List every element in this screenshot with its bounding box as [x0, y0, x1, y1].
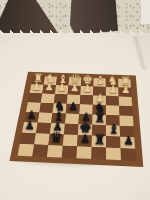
square-r6c8 — [120, 126, 135, 137]
square-r4c4: ♟ — [66, 104, 80, 114]
square-r8c4 — [62, 146, 78, 159]
square-r5c8 — [119, 116, 133, 127]
board-frame: ♜♞♝♛♚♝♞♜♟♟♟♟♟♟♟♟♞♟♞♟♝♟♜♟♟♚♝♛♟♜♟ — [10, 72, 144, 167]
square-r5c7 — [106, 115, 120, 126]
white-rook: ♜ — [32, 72, 43, 85]
white-bishop: ♝ — [57, 73, 68, 86]
square-r7c6: ♜ — [92, 136, 106, 148]
square-r4c3: ♞ — [52, 103, 66, 113]
square-r3c2 — [41, 93, 55, 103]
square-r5c6: ♜ — [92, 114, 106, 125]
square-r3c4 — [67, 94, 81, 104]
square-r2c5: ♟ — [80, 86, 93, 95]
square-r5c3: ♝ — [51, 113, 66, 124]
square-r4c8 — [119, 106, 133, 116]
square-r2c4: ♟ — [68, 86, 81, 95]
square-r4c6: ♞ — [93, 105, 106, 115]
square-r7c3: ♛ — [48, 134, 63, 146]
square-r7c2 — [34, 133, 50, 145]
square-r3c3 — [54, 94, 68, 104]
square-r8c6 — [91, 147, 106, 160]
square-r8c3 — [47, 145, 63, 158]
square-r5c4 — [65, 113, 79, 124]
square-r4c2 — [39, 103, 54, 113]
black-rook: ♜ — [93, 133, 106, 148]
square-r6c3: ♟ — [50, 123, 65, 134]
square-r8c7 — [106, 148, 121, 161]
square-r7c4 — [63, 134, 78, 146]
square-r3c7 — [106, 96, 119, 106]
square-r6c7: ♝ — [106, 125, 120, 136]
white-rook: ♜ — [119, 75, 130, 88]
white-knight: ♞ — [107, 74, 118, 87]
square-r2c2: ♟ — [42, 85, 56, 94]
square-r8c5 — [76, 146, 91, 159]
square-r3c6: ♟ — [93, 95, 106, 105]
square-r8c8 — [121, 148, 136, 161]
chessboard: ♜♞♝♛♚♝♞♜♟♟♟♟♟♟♟♟♞♟♞♟♝♟♜♟♟♚♝♛♟♜♟ — [10, 72, 144, 167]
square-r4c7 — [106, 105, 119, 115]
square-r7c5: ♟ — [77, 135, 92, 147]
square-r6c5: ♚ — [78, 124, 92, 135]
square-r5c2 — [38, 112, 53, 123]
square-r5c5: ♟ — [78, 114, 92, 125]
square-r6c6 — [92, 125, 106, 136]
square-r2c7: ♟ — [106, 87, 119, 96]
square-r4c5 — [79, 104, 93, 114]
square-r2c3: ♟ — [55, 85, 69, 94]
tablecloth-fold — [128, 36, 150, 70]
square-r8c1 — [18, 144, 35, 156]
square-r3c5 — [80, 95, 93, 105]
square-r8c2 — [32, 144, 48, 156]
photo-scene: ♜♞♝♛♚♝♞♜♟♟♟♟♟♟♟♟♞♟♞♟♝♟♜♟♟♚♝♛♟♜♟ — [0, 0, 150, 200]
white-knight: ♞ — [45, 72, 56, 85]
square-r2c6 — [93, 86, 106, 95]
square-r7c7 — [106, 136, 121, 148]
white-bishop: ♝ — [94, 74, 105, 87]
board-grid: ♜♞♝♛♚♝♞♜♟♟♟♟♟♟♟♟♞♟♞♟♝♟♜♟♟♚♝♛♟♜♟ — [18, 76, 136, 161]
square-r6c2 — [36, 123, 51, 134]
square-r3c8 — [119, 96, 132, 106]
white-king: ♚ — [82, 74, 94, 87]
wall-sliver — [141, 0, 150, 24]
square-r7c8: ♟ — [120, 137, 135, 149]
square-r6c4 — [64, 124, 79, 135]
white-queen: ♛ — [69, 73, 81, 86]
tablecloth-scalloped-edge — [0, 26, 150, 34]
